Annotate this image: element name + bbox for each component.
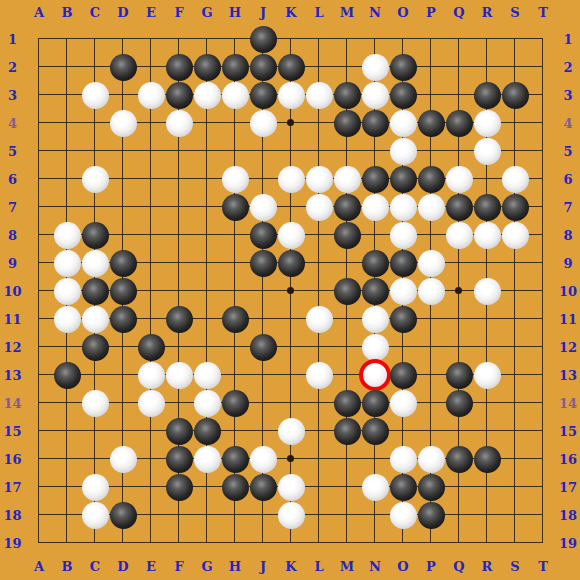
intersection-P10[interactable]	[417, 277, 445, 305]
intersection-D17[interactable]	[109, 473, 137, 501]
intersection-G15[interactable]	[193, 417, 221, 445]
intersection-F6[interactable]	[165, 165, 193, 193]
intersection-L17[interactable]	[305, 473, 333, 501]
intersection-A7[interactable]	[25, 193, 53, 221]
intersection-L9[interactable]	[305, 249, 333, 277]
intersection-E2[interactable]	[137, 53, 165, 81]
intersection-H14[interactable]	[221, 389, 249, 417]
intersection-H12[interactable]	[221, 333, 249, 361]
intersection-N1[interactable]	[361, 25, 389, 53]
intersection-Q7[interactable]	[445, 193, 473, 221]
intersection-C9[interactable]	[81, 249, 109, 277]
intersection-E6[interactable]	[137, 165, 165, 193]
intersection-C7[interactable]	[81, 193, 109, 221]
intersection-A13[interactable]	[25, 361, 53, 389]
intersection-Q6[interactable]	[445, 165, 473, 193]
intersection-F19[interactable]	[165, 529, 193, 557]
intersection-B19[interactable]	[53, 529, 81, 557]
intersection-M3[interactable]	[333, 81, 361, 109]
intersection-T15[interactable]	[529, 417, 557, 445]
intersection-L3[interactable]	[305, 81, 333, 109]
intersection-D11[interactable]	[109, 305, 137, 333]
intersection-S2[interactable]	[501, 53, 529, 81]
intersection-M18[interactable]	[333, 501, 361, 529]
intersection-K18[interactable]	[277, 501, 305, 529]
intersection-O17[interactable]	[389, 473, 417, 501]
intersection-P2[interactable]	[417, 53, 445, 81]
intersection-Q19[interactable]	[445, 529, 473, 557]
intersection-P7[interactable]	[417, 193, 445, 221]
intersection-K15[interactable]	[277, 417, 305, 445]
intersection-M6[interactable]	[333, 165, 361, 193]
intersection-N7[interactable]	[361, 193, 389, 221]
intersection-R15[interactable]	[473, 417, 501, 445]
intersection-J7[interactable]	[249, 193, 277, 221]
intersection-G6[interactable]	[193, 165, 221, 193]
intersection-B8[interactable]	[53, 221, 81, 249]
intersection-H3[interactable]	[221, 81, 249, 109]
intersection-L1[interactable]	[305, 25, 333, 53]
intersection-R13[interactable]	[473, 361, 501, 389]
intersection-R9[interactable]	[473, 249, 501, 277]
intersection-L8[interactable]	[305, 221, 333, 249]
intersection-M5[interactable]	[333, 137, 361, 165]
intersection-B14[interactable]	[53, 389, 81, 417]
intersection-R4[interactable]	[473, 109, 501, 137]
intersection-G9[interactable]	[193, 249, 221, 277]
intersection-L4[interactable]	[305, 109, 333, 137]
intersection-R19[interactable]	[473, 529, 501, 557]
intersection-C11[interactable]	[81, 305, 109, 333]
intersection-N11[interactable]	[361, 305, 389, 333]
intersection-A12[interactable]	[25, 333, 53, 361]
intersection-D3[interactable]	[109, 81, 137, 109]
intersection-N5[interactable]	[361, 137, 389, 165]
intersection-C2[interactable]	[81, 53, 109, 81]
intersection-T4[interactable]	[529, 109, 557, 137]
intersection-K10[interactable]	[277, 277, 305, 305]
intersection-J13[interactable]	[249, 361, 277, 389]
intersection-F9[interactable]	[165, 249, 193, 277]
intersection-B9[interactable]	[53, 249, 81, 277]
intersection-Q18[interactable]	[445, 501, 473, 529]
intersection-T13[interactable]	[529, 361, 557, 389]
intersection-L12[interactable]	[305, 333, 333, 361]
intersection-K6[interactable]	[277, 165, 305, 193]
intersection-N15[interactable]	[361, 417, 389, 445]
intersection-N19[interactable]	[361, 529, 389, 557]
intersection-M10[interactable]	[333, 277, 361, 305]
intersection-K5[interactable]	[277, 137, 305, 165]
intersection-B15[interactable]	[53, 417, 81, 445]
intersection-K14[interactable]	[277, 389, 305, 417]
intersection-O12[interactable]	[389, 333, 417, 361]
intersection-P16[interactable]	[417, 445, 445, 473]
intersection-B6[interactable]	[53, 165, 81, 193]
intersection-F15[interactable]	[165, 417, 193, 445]
intersection-R7[interactable]	[473, 193, 501, 221]
intersection-F17[interactable]	[165, 473, 193, 501]
intersection-T11[interactable]	[529, 305, 557, 333]
intersection-G8[interactable]	[193, 221, 221, 249]
intersection-F12[interactable]	[165, 333, 193, 361]
intersection-S16[interactable]	[501, 445, 529, 473]
intersection-T9[interactable]	[529, 249, 557, 277]
intersection-T3[interactable]	[529, 81, 557, 109]
intersection-Q12[interactable]	[445, 333, 473, 361]
intersection-E1[interactable]	[137, 25, 165, 53]
intersection-T7[interactable]	[529, 193, 557, 221]
intersection-J6[interactable]	[249, 165, 277, 193]
intersection-O5[interactable]	[389, 137, 417, 165]
intersection-H19[interactable]	[221, 529, 249, 557]
intersection-H6[interactable]	[221, 165, 249, 193]
intersection-D6[interactable]	[109, 165, 137, 193]
intersection-M7[interactable]	[333, 193, 361, 221]
intersection-S9[interactable]	[501, 249, 529, 277]
intersection-B5[interactable]	[53, 137, 81, 165]
intersection-G13[interactable]	[193, 361, 221, 389]
intersection-B4[interactable]	[53, 109, 81, 137]
intersection-O11[interactable]	[389, 305, 417, 333]
intersection-T12[interactable]	[529, 333, 557, 361]
intersection-H9[interactable]	[221, 249, 249, 277]
intersection-H1[interactable]	[221, 25, 249, 53]
intersection-H7[interactable]	[221, 193, 249, 221]
intersection-S6[interactable]	[501, 165, 529, 193]
intersection-C16[interactable]	[81, 445, 109, 473]
intersection-J12[interactable]	[249, 333, 277, 361]
intersection-K1[interactable]	[277, 25, 305, 53]
intersection-T8[interactable]	[529, 221, 557, 249]
intersection-G16[interactable]	[193, 445, 221, 473]
intersection-D12[interactable]	[109, 333, 137, 361]
intersection-M13[interactable]	[333, 361, 361, 389]
intersection-A3[interactable]	[25, 81, 53, 109]
intersection-D19[interactable]	[109, 529, 137, 557]
intersection-K2[interactable]	[277, 53, 305, 81]
intersection-M8[interactable]	[333, 221, 361, 249]
intersection-S18[interactable]	[501, 501, 529, 529]
intersection-S17[interactable]	[501, 473, 529, 501]
intersection-M19[interactable]	[333, 529, 361, 557]
intersection-D2[interactable]	[109, 53, 137, 81]
intersection-H13[interactable]	[221, 361, 249, 389]
intersection-R1[interactable]	[473, 25, 501, 53]
intersection-Q4[interactable]	[445, 109, 473, 137]
intersection-K12[interactable]	[277, 333, 305, 361]
intersection-E15[interactable]	[137, 417, 165, 445]
intersection-O4[interactable]	[389, 109, 417, 137]
intersection-R2[interactable]	[473, 53, 501, 81]
intersection-F18[interactable]	[165, 501, 193, 529]
intersection-K7[interactable]	[277, 193, 305, 221]
intersection-K3[interactable]	[277, 81, 305, 109]
intersection-B7[interactable]	[53, 193, 81, 221]
intersection-B12[interactable]	[53, 333, 81, 361]
intersection-P15[interactable]	[417, 417, 445, 445]
intersection-M11[interactable]	[333, 305, 361, 333]
intersection-A18[interactable]	[25, 501, 53, 529]
intersection-M4[interactable]	[333, 109, 361, 137]
intersection-M16[interactable]	[333, 445, 361, 473]
intersection-F13[interactable]	[165, 361, 193, 389]
intersection-D15[interactable]	[109, 417, 137, 445]
intersection-O2[interactable]	[389, 53, 417, 81]
intersection-C5[interactable]	[81, 137, 109, 165]
intersection-Q5[interactable]	[445, 137, 473, 165]
intersection-S3[interactable]	[501, 81, 529, 109]
intersection-S10[interactable]	[501, 277, 529, 305]
intersection-H16[interactable]	[221, 445, 249, 473]
intersection-S13[interactable]	[501, 361, 529, 389]
intersection-E5[interactable]	[137, 137, 165, 165]
intersection-N9[interactable]	[361, 249, 389, 277]
intersection-O1[interactable]	[389, 25, 417, 53]
intersection-C10[interactable]	[81, 277, 109, 305]
intersection-E18[interactable]	[137, 501, 165, 529]
intersection-Q17[interactable]	[445, 473, 473, 501]
intersection-K8[interactable]	[277, 221, 305, 249]
intersection-R11[interactable]	[473, 305, 501, 333]
intersection-J4[interactable]	[249, 109, 277, 137]
intersection-Q16[interactable]	[445, 445, 473, 473]
intersection-E11[interactable]	[137, 305, 165, 333]
intersection-H5[interactable]	[221, 137, 249, 165]
intersection-O10[interactable]	[389, 277, 417, 305]
intersection-K19[interactable]	[277, 529, 305, 557]
intersection-F14[interactable]	[165, 389, 193, 417]
intersection-E8[interactable]	[137, 221, 165, 249]
intersection-P14[interactable]	[417, 389, 445, 417]
intersection-H15[interactable]	[221, 417, 249, 445]
intersection-J18[interactable]	[249, 501, 277, 529]
intersection-A5[interactable]	[25, 137, 53, 165]
intersection-K11[interactable]	[277, 305, 305, 333]
intersection-N4[interactable]	[361, 109, 389, 137]
intersection-N2[interactable]	[361, 53, 389, 81]
intersection-N3[interactable]	[361, 81, 389, 109]
intersection-Q14[interactable]	[445, 389, 473, 417]
intersection-N14[interactable]	[361, 389, 389, 417]
intersection-E4[interactable]	[137, 109, 165, 137]
intersection-C6[interactable]	[81, 165, 109, 193]
intersection-S8[interactable]	[501, 221, 529, 249]
intersection-J14[interactable]	[249, 389, 277, 417]
intersection-F2[interactable]	[165, 53, 193, 81]
intersection-P4[interactable]	[417, 109, 445, 137]
intersection-G1[interactable]	[193, 25, 221, 53]
intersection-S7[interactable]	[501, 193, 529, 221]
intersection-F4[interactable]	[165, 109, 193, 137]
intersection-Q10[interactable]	[445, 277, 473, 305]
intersection-M9[interactable]	[333, 249, 361, 277]
intersection-J9[interactable]	[249, 249, 277, 277]
intersection-D7[interactable]	[109, 193, 137, 221]
intersection-F11[interactable]	[165, 305, 193, 333]
intersection-O13[interactable]	[389, 361, 417, 389]
intersection-G3[interactable]	[193, 81, 221, 109]
intersection-E19[interactable]	[137, 529, 165, 557]
intersection-E10[interactable]	[137, 277, 165, 305]
intersection-L6[interactable]	[305, 165, 333, 193]
intersection-H18[interactable]	[221, 501, 249, 529]
intersection-A1[interactable]	[25, 25, 53, 53]
intersection-J11[interactable]	[249, 305, 277, 333]
intersection-D13[interactable]	[109, 361, 137, 389]
intersection-E13[interactable]	[137, 361, 165, 389]
intersection-R14[interactable]	[473, 389, 501, 417]
intersection-Q8[interactable]	[445, 221, 473, 249]
intersection-L10[interactable]	[305, 277, 333, 305]
intersection-C1[interactable]	[81, 25, 109, 53]
intersection-D18[interactable]	[109, 501, 137, 529]
intersection-D1[interactable]	[109, 25, 137, 53]
intersection-G10[interactable]	[193, 277, 221, 305]
intersection-N8[interactable]	[361, 221, 389, 249]
intersection-H11[interactable]	[221, 305, 249, 333]
intersection-P1[interactable]	[417, 25, 445, 53]
intersection-T1[interactable]	[529, 25, 557, 53]
intersection-F1[interactable]	[165, 25, 193, 53]
intersection-A9[interactable]	[25, 249, 53, 277]
intersection-N18[interactable]	[361, 501, 389, 529]
intersection-S1[interactable]	[501, 25, 529, 53]
intersection-J17[interactable]	[249, 473, 277, 501]
intersection-H2[interactable]	[221, 53, 249, 81]
intersection-B18[interactable]	[53, 501, 81, 529]
intersection-S4[interactable]	[501, 109, 529, 137]
intersection-L16[interactable]	[305, 445, 333, 473]
intersection-F5[interactable]	[165, 137, 193, 165]
intersection-G14[interactable]	[193, 389, 221, 417]
intersection-R8[interactable]	[473, 221, 501, 249]
intersection-S5[interactable]	[501, 137, 529, 165]
intersection-P3[interactable]	[417, 81, 445, 109]
intersection-G7[interactable]	[193, 193, 221, 221]
intersection-K4[interactable]	[277, 109, 305, 137]
intersection-L14[interactable]	[305, 389, 333, 417]
intersection-L11[interactable]	[305, 305, 333, 333]
intersection-G5[interactable]	[193, 137, 221, 165]
intersection-L5[interactable]	[305, 137, 333, 165]
intersection-O18[interactable]	[389, 501, 417, 529]
intersection-Q3[interactable]	[445, 81, 473, 109]
intersection-E9[interactable]	[137, 249, 165, 277]
intersection-O8[interactable]	[389, 221, 417, 249]
intersection-T10[interactable]	[529, 277, 557, 305]
intersection-J8[interactable]	[249, 221, 277, 249]
intersection-O6[interactable]	[389, 165, 417, 193]
intersection-E12[interactable]	[137, 333, 165, 361]
intersection-S15[interactable]	[501, 417, 529, 445]
intersection-A11[interactable]	[25, 305, 53, 333]
intersection-P6[interactable]	[417, 165, 445, 193]
intersection-C4[interactable]	[81, 109, 109, 137]
intersection-A19[interactable]	[25, 529, 53, 557]
intersection-L2[interactable]	[305, 53, 333, 81]
intersection-T5[interactable]	[529, 137, 557, 165]
intersection-M14[interactable]	[333, 389, 361, 417]
intersection-B17[interactable]	[53, 473, 81, 501]
intersection-R3[interactable]	[473, 81, 501, 109]
intersection-F10[interactable]	[165, 277, 193, 305]
intersection-L18[interactable]	[305, 501, 333, 529]
intersection-D5[interactable]	[109, 137, 137, 165]
intersection-P17[interactable]	[417, 473, 445, 501]
intersection-T6[interactable]	[529, 165, 557, 193]
intersection-C17[interactable]	[81, 473, 109, 501]
intersection-O7[interactable]	[389, 193, 417, 221]
intersection-G17[interactable]	[193, 473, 221, 501]
intersection-M12[interactable]	[333, 333, 361, 361]
intersection-K17[interactable]	[277, 473, 305, 501]
intersection-Q9[interactable]	[445, 249, 473, 277]
intersection-A10[interactable]	[25, 277, 53, 305]
intersection-Q15[interactable]	[445, 417, 473, 445]
intersection-D8[interactable]	[109, 221, 137, 249]
intersection-E17[interactable]	[137, 473, 165, 501]
intersection-P5[interactable]	[417, 137, 445, 165]
intersection-S12[interactable]	[501, 333, 529, 361]
intersection-N12[interactable]	[361, 333, 389, 361]
intersection-H17[interactable]	[221, 473, 249, 501]
intersection-E3[interactable]	[137, 81, 165, 109]
intersection-D14[interactable]	[109, 389, 137, 417]
intersection-J19[interactable]	[249, 529, 277, 557]
intersection-J15[interactable]	[249, 417, 277, 445]
intersection-Q13[interactable]	[445, 361, 473, 389]
intersection-M1[interactable]	[333, 25, 361, 53]
intersection-D4[interactable]	[109, 109, 137, 137]
intersection-R12[interactable]	[473, 333, 501, 361]
intersection-A8[interactable]	[25, 221, 53, 249]
intersection-B10[interactable]	[53, 277, 81, 305]
intersection-L15[interactable]	[305, 417, 333, 445]
intersection-T16[interactable]	[529, 445, 557, 473]
intersection-N16[interactable]	[361, 445, 389, 473]
intersection-C8[interactable]	[81, 221, 109, 249]
intersection-A15[interactable]	[25, 417, 53, 445]
intersection-G12[interactable]	[193, 333, 221, 361]
intersection-P8[interactable]	[417, 221, 445, 249]
intersection-R6[interactable]	[473, 165, 501, 193]
intersection-G4[interactable]	[193, 109, 221, 137]
intersection-P18[interactable]	[417, 501, 445, 529]
intersection-O15[interactable]	[389, 417, 417, 445]
intersection-G2[interactable]	[193, 53, 221, 81]
intersection-H10[interactable]	[221, 277, 249, 305]
intersection-T19[interactable]	[529, 529, 557, 557]
intersection-C13[interactable]	[81, 361, 109, 389]
intersection-N13[interactable]	[361, 361, 389, 389]
intersection-K9[interactable]	[277, 249, 305, 277]
intersection-O14[interactable]	[389, 389, 417, 417]
intersection-C14[interactable]	[81, 389, 109, 417]
intersection-B16[interactable]	[53, 445, 81, 473]
intersection-B13[interactable]	[53, 361, 81, 389]
intersection-G19[interactable]	[193, 529, 221, 557]
intersection-R5[interactable]	[473, 137, 501, 165]
intersection-M15[interactable]	[333, 417, 361, 445]
intersection-E7[interactable]	[137, 193, 165, 221]
intersection-T18[interactable]	[529, 501, 557, 529]
intersection-O9[interactable]	[389, 249, 417, 277]
intersection-C15[interactable]	[81, 417, 109, 445]
intersection-Q1[interactable]	[445, 25, 473, 53]
intersection-R17[interactable]	[473, 473, 501, 501]
intersection-J5[interactable]	[249, 137, 277, 165]
